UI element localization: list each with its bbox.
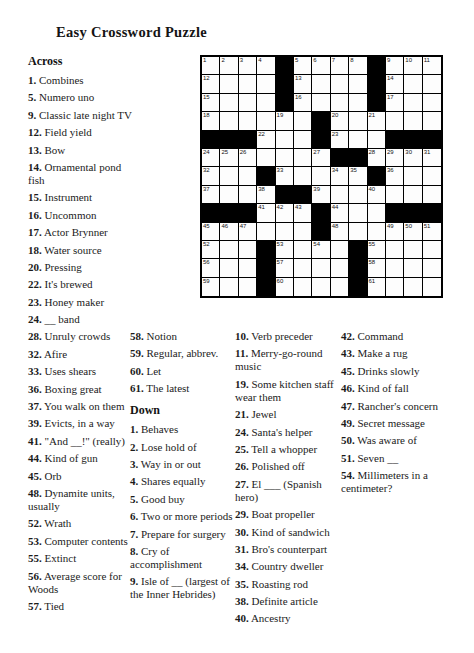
down-clue-46: 46. Kind of fall bbox=[341, 382, 453, 395]
cell-r2c3[interactable] bbox=[239, 75, 257, 93]
cell-r6c1[interactable]: 24 bbox=[202, 149, 220, 167]
cell-r9c4[interactable]: 41 bbox=[257, 204, 275, 222]
across-clue-number-16: 16. bbox=[28, 209, 42, 221]
cell-number-47: 47 bbox=[240, 223, 247, 230]
cell-number-56: 56 bbox=[203, 259, 210, 266]
across-clue-number-12: 12. bbox=[28, 126, 42, 138]
cell-r8c7[interactable]: 39 bbox=[312, 186, 330, 204]
across-clue-36: 36. Boxing great bbox=[28, 383, 135, 396]
across-clue-12: 12. Field yield bbox=[28, 126, 135, 139]
cell-number-19: 19 bbox=[277, 112, 284, 119]
down-clue-26: 26. Polished off bbox=[235, 460, 340, 473]
across-clue-number-56: 56. bbox=[28, 570, 42, 582]
cell-number-41: 41 bbox=[258, 204, 265, 211]
across-clue-17: 17. Actor Brynner bbox=[28, 226, 135, 239]
cell-r1c3[interactable]: 3 bbox=[239, 57, 257, 75]
cell-r1c9[interactable]: 8 bbox=[349, 57, 367, 75]
cell-r1c2[interactable]: 2 bbox=[220, 57, 238, 75]
black-cell-r9c3 bbox=[239, 204, 257, 222]
black-cell-r5c2 bbox=[220, 131, 238, 149]
cell-r4c8[interactable]: 20 bbox=[331, 112, 349, 130]
black-cell-r9c2 bbox=[220, 204, 238, 222]
across-clue-44: 44. Kind of gun bbox=[28, 452, 135, 465]
cell-r10c2[interactable]: 46 bbox=[220, 223, 238, 241]
down-clue-51: 51. Seven __ bbox=[341, 452, 453, 465]
cell-r1c1[interactable]: 1 bbox=[202, 57, 220, 75]
across-clue-number-22: 22. bbox=[28, 278, 42, 290]
cell-r13c2[interactable] bbox=[220, 278, 238, 296]
down-clue-number-8: 8. bbox=[130, 545, 138, 557]
cell-r12c11[interactable] bbox=[386, 259, 404, 277]
cell-r13c8[interactable] bbox=[331, 278, 349, 296]
cell-r2c2[interactable] bbox=[220, 75, 238, 93]
black-cell-r13c9 bbox=[349, 278, 367, 296]
cell-r3c3[interactable] bbox=[239, 94, 257, 112]
black-cell-r12c9 bbox=[349, 259, 367, 277]
cell-r8c9[interactable] bbox=[349, 186, 367, 204]
cell-r13c5[interactable]: 60 bbox=[276, 278, 294, 296]
across-clue-number-24: 24. bbox=[28, 313, 42, 325]
cell-number-59: 59 bbox=[203, 278, 210, 285]
down-header: Down bbox=[130, 404, 234, 417]
cell-number-17: 17 bbox=[387, 94, 394, 101]
cell-r13c1[interactable]: 59 bbox=[202, 278, 220, 296]
cell-r7c12[interactable] bbox=[404, 167, 422, 185]
across-clue-48: 48. Dynamite units, usually bbox=[28, 487, 135, 513]
cell-number-33: 33 bbox=[277, 167, 284, 174]
down-clue-number-9: 9. bbox=[130, 575, 138, 587]
across-clue-28: 28. Unruly crowds bbox=[28, 330, 135, 343]
cell-number-55: 55 bbox=[369, 241, 376, 248]
down-clue-11: 11. Merry-go-round music bbox=[235, 347, 340, 373]
black-cell-r5c1 bbox=[202, 131, 220, 149]
down-clue-number-34: 34. bbox=[235, 560, 249, 572]
black-cell-r8c6 bbox=[294, 186, 312, 204]
cell-r13c3[interactable] bbox=[239, 278, 257, 296]
cell-number-3: 3 bbox=[240, 57, 243, 64]
cell-number-31: 31 bbox=[424, 149, 431, 156]
cell-number-52: 52 bbox=[203, 241, 210, 248]
cell-r3c9[interactable] bbox=[349, 94, 367, 112]
cell-r4c10[interactable]: 21 bbox=[368, 112, 386, 130]
cell-r10c4[interactable] bbox=[257, 223, 275, 241]
cell-r8c11[interactable] bbox=[386, 186, 404, 204]
across-clue-number-36: 36. bbox=[28, 383, 42, 395]
down-clue-number-5: 5. bbox=[130, 493, 138, 505]
down-clue-34: 34. Country dweller bbox=[235, 560, 340, 573]
cell-r6c13[interactable]: 31 bbox=[423, 149, 441, 167]
across-clue-22: 22. It's brewed bbox=[28, 278, 135, 291]
cell-r13c13[interactable] bbox=[423, 278, 441, 296]
cell-r8c4[interactable]: 38 bbox=[257, 186, 275, 204]
across-clue-number-57: 57. bbox=[28, 600, 42, 612]
black-cell-r5c3 bbox=[239, 131, 257, 149]
across-clue-33: 33. Uses shears bbox=[28, 365, 135, 378]
cell-r11c11[interactable] bbox=[386, 241, 404, 259]
cell-r5c4[interactable]: 22 bbox=[257, 131, 275, 149]
down-clue-number-30: 30. bbox=[235, 526, 249, 538]
cell-r1c4[interactable]: 4 bbox=[257, 57, 275, 75]
cell-r11c6[interactable] bbox=[294, 241, 312, 259]
across-clue-24: 24. __ band bbox=[28, 313, 135, 326]
cell-number-22: 22 bbox=[258, 131, 265, 138]
cell-r5c5[interactable] bbox=[276, 131, 294, 149]
cell-number-26: 26 bbox=[240, 149, 247, 156]
across-clue-number-58: 58. bbox=[130, 330, 144, 342]
black-cell-r5c12 bbox=[404, 131, 422, 149]
black-cell-r3c5 bbox=[276, 94, 294, 112]
cell-r4c6[interactable] bbox=[294, 112, 312, 130]
across-clue-59: 59. Regular, abbrev. bbox=[130, 347, 234, 360]
down-clue-number-19: 19. bbox=[235, 378, 249, 390]
cell-r7c1[interactable]: 32 bbox=[202, 167, 220, 185]
cell-r4c5[interactable]: 19 bbox=[276, 112, 294, 130]
cell-r9c6[interactable]: 43 bbox=[294, 204, 312, 222]
cell-number-60: 60 bbox=[277, 278, 284, 285]
cell-number-1: 1 bbox=[203, 57, 206, 64]
cell-r6c10[interactable]: 28 bbox=[368, 149, 386, 167]
cell-r1c6[interactable]: 5 bbox=[294, 57, 312, 75]
cell-r8c8[interactable] bbox=[331, 186, 349, 204]
cell-number-10: 10 bbox=[405, 57, 412, 64]
across-clue-number-59: 59. bbox=[130, 347, 144, 359]
cell-r7c11[interactable]: 36 bbox=[386, 167, 404, 185]
cell-r9c8[interactable]: 44 bbox=[331, 204, 349, 222]
cell-r9c10[interactable] bbox=[368, 204, 386, 222]
cell-r11c2[interactable] bbox=[220, 241, 238, 259]
cell-r8c10[interactable]: 40 bbox=[368, 186, 386, 204]
cell-r6c12[interactable]: 30 bbox=[404, 149, 422, 167]
cell-r2c8[interactable] bbox=[331, 75, 349, 93]
cell-number-39: 39 bbox=[313, 186, 320, 193]
black-cell-r11c4 bbox=[257, 241, 275, 259]
across-clue-57: 57. Tied bbox=[28, 600, 135, 613]
across-clue-18: 18. Water source bbox=[28, 244, 135, 257]
cell-number-12: 12 bbox=[203, 75, 210, 82]
down-clue-2: 2. Lose hold of bbox=[130, 441, 234, 454]
down-clue-3: 3. Way in or out bbox=[130, 458, 234, 471]
cell-r10c8[interactable]: 48 bbox=[331, 223, 349, 241]
across-clue-number-23: 23. bbox=[28, 296, 42, 308]
cell-number-28: 28 bbox=[369, 149, 376, 156]
cell-r3c12[interactable] bbox=[404, 94, 422, 112]
cell-r1c13[interactable]: 11 bbox=[423, 57, 441, 75]
cell-r10c9[interactable] bbox=[349, 223, 367, 241]
down-clue-25: 25. Tell a whopper bbox=[235, 443, 340, 456]
cell-r7c13[interactable] bbox=[423, 167, 441, 185]
cell-r7c2[interactable] bbox=[220, 167, 238, 185]
cell-r3c4[interactable] bbox=[257, 94, 275, 112]
across-clue-9: 9. Classic late night TV bbox=[28, 109, 135, 122]
cell-r11c7[interactable]: 54 bbox=[312, 241, 330, 259]
cell-number-18: 18 bbox=[203, 112, 210, 119]
black-cell-r10c7 bbox=[312, 223, 330, 241]
cell-r4c13[interactable] bbox=[423, 112, 441, 130]
cell-r4c12[interactable] bbox=[404, 112, 422, 130]
across-clue-number-39: 39. bbox=[28, 417, 42, 429]
black-cell-r2c5 bbox=[276, 75, 294, 93]
cell-r11c3[interactable] bbox=[239, 241, 257, 259]
cell-number-5: 5 bbox=[295, 57, 298, 64]
across-clue-number-9: 9. bbox=[28, 109, 36, 121]
across-clue-32: 32. Afire bbox=[28, 348, 135, 361]
cell-r5c6[interactable] bbox=[294, 131, 312, 149]
cell-r7c9[interactable]: 35 bbox=[349, 167, 367, 185]
cell-r2c1[interactable]: 12 bbox=[202, 75, 220, 93]
across-clue-15: 15. Instrument bbox=[28, 191, 135, 204]
down-clue-40: 40. Ancestry bbox=[235, 612, 340, 625]
down-clue-number-47: 47. bbox=[341, 400, 355, 412]
across-clue-55: 55. Extinct bbox=[28, 552, 135, 565]
cell-r12c8[interactable] bbox=[331, 259, 349, 277]
across-clue-number-14: 14. bbox=[28, 161, 42, 173]
cell-number-13: 13 bbox=[295, 75, 302, 82]
cell-r1c11[interactable]: 9 bbox=[386, 57, 404, 75]
cell-r6c2[interactable]: 25 bbox=[220, 149, 238, 167]
across-clue-number-33: 33. bbox=[28, 365, 42, 377]
across-clue-56: 56. Average score for Woods bbox=[28, 570, 135, 596]
across-clue-number-53: 53. bbox=[28, 535, 42, 547]
down-clue-number-45: 45. bbox=[341, 365, 355, 377]
down-clue-number-2: 2. bbox=[130, 441, 138, 453]
cell-r5c9[interactable] bbox=[349, 131, 367, 149]
cell-number-38: 38 bbox=[258, 186, 265, 193]
cell-number-24: 24 bbox=[203, 149, 210, 156]
black-cell-r9c1 bbox=[202, 204, 220, 222]
cell-r11c13[interactable] bbox=[423, 241, 441, 259]
cell-r2c11[interactable]: 14 bbox=[386, 75, 404, 93]
down-clue-31: 31. Bro's counterpart bbox=[235, 543, 340, 556]
down-clue-9: 9. Isle of __ (largest of the Inner Hebr… bbox=[130, 575, 234, 601]
cell-number-34: 34 bbox=[332, 167, 339, 174]
black-cell-r5c7 bbox=[312, 131, 330, 149]
cell-r10c13[interactable]: 51 bbox=[423, 223, 441, 241]
cell-number-11: 11 bbox=[424, 57, 430, 64]
down-clue-number-49: 49. bbox=[341, 417, 355, 429]
cell-r3c1[interactable]: 15 bbox=[202, 94, 220, 112]
cell-r6c4[interactable] bbox=[257, 149, 275, 167]
cell-r10c12[interactable]: 50 bbox=[404, 223, 422, 241]
page-title: Easy Crossword Puzzle bbox=[56, 24, 207, 41]
cell-number-6: 6 bbox=[313, 57, 316, 64]
cell-r10c11[interactable]: 49 bbox=[386, 223, 404, 241]
down-clue-number-50: 50. bbox=[341, 434, 355, 446]
cell-r2c12[interactable] bbox=[404, 75, 422, 93]
cell-r8c13[interactable] bbox=[423, 186, 441, 204]
cell-r6c7[interactable]: 27 bbox=[312, 149, 330, 167]
black-cell-r2c10 bbox=[368, 75, 386, 93]
down-clue-number-27: 27. bbox=[235, 478, 249, 490]
cell-r5c10[interactable] bbox=[368, 131, 386, 149]
cell-r7c3[interactable] bbox=[239, 167, 257, 185]
cell-r10c3[interactable]: 47 bbox=[239, 223, 257, 241]
cell-r10c10[interactable] bbox=[368, 223, 386, 241]
cell-r13c6[interactable] bbox=[294, 278, 312, 296]
cell-r4c2[interactable] bbox=[220, 112, 238, 130]
cell-r9c9[interactable] bbox=[349, 204, 367, 222]
cell-r11c8[interactable] bbox=[331, 241, 349, 259]
cell-r4c1[interactable]: 18 bbox=[202, 112, 220, 130]
cell-r8c2[interactable] bbox=[220, 186, 238, 204]
cell-number-57: 57 bbox=[277, 259, 284, 266]
across-clue-number-32: 32. bbox=[28, 348, 42, 360]
cell-r6c6[interactable] bbox=[294, 149, 312, 167]
cell-r3c2[interactable] bbox=[220, 94, 238, 112]
cell-r10c6[interactable] bbox=[294, 223, 312, 241]
cell-number-7: 7 bbox=[332, 57, 335, 64]
across-clue-61: 61. The latest bbox=[130, 382, 234, 395]
cell-r3c8[interactable] bbox=[331, 94, 349, 112]
down-clue-number-24: 24. bbox=[235, 426, 249, 438]
cell-r5c8[interactable]: 23 bbox=[331, 131, 349, 149]
black-cell-r12c4 bbox=[257, 259, 275, 277]
cell-r12c3[interactable] bbox=[239, 259, 257, 277]
clue-column-3: 10. Verb preceder11. Merry-go-round musi… bbox=[235, 330, 340, 630]
black-cell-r8c5 bbox=[276, 186, 294, 204]
cell-r11c10[interactable]: 55 bbox=[368, 241, 386, 259]
cell-r10c1[interactable]: 45 bbox=[202, 223, 220, 241]
cell-r10c5[interactable] bbox=[276, 223, 294, 241]
cell-number-61: 61 bbox=[369, 278, 376, 285]
cell-r11c1[interactable]: 52 bbox=[202, 241, 220, 259]
across-clue-number-17: 17. bbox=[28, 226, 42, 238]
black-cell-r9c12 bbox=[404, 204, 422, 222]
across-clue-number-28: 28. bbox=[28, 330, 42, 342]
down-clue-number-4: 4. bbox=[130, 475, 138, 487]
down-clue-29: 29. Boat propeller bbox=[235, 508, 340, 521]
across-clue-number-13: 13. bbox=[28, 144, 42, 156]
cell-r8c3[interactable] bbox=[239, 186, 257, 204]
cell-r1c7[interactable]: 6 bbox=[312, 57, 330, 75]
cell-r11c5[interactable]: 53 bbox=[276, 241, 294, 259]
cell-number-30: 30 bbox=[405, 149, 412, 156]
across-clue-14: 14. Ornamental pond fish bbox=[28, 161, 135, 187]
cell-r12c5[interactable]: 57 bbox=[276, 259, 294, 277]
cell-r3c13[interactable] bbox=[423, 94, 441, 112]
down-clue-5: 5. Good buy bbox=[130, 493, 234, 506]
cell-r12c13[interactable] bbox=[423, 259, 441, 277]
cell-r7c8[interactable]: 34 bbox=[331, 167, 349, 185]
cell-r12c1[interactable]: 56 bbox=[202, 259, 220, 277]
across-clue-5: 5. Numero uno bbox=[28, 91, 135, 104]
down-clue-number-1: 1. bbox=[130, 423, 138, 435]
cell-r9c5[interactable]: 42 bbox=[276, 204, 294, 222]
cell-r13c11[interactable] bbox=[386, 278, 404, 296]
cell-r2c6[interactable]: 13 bbox=[294, 75, 312, 93]
cell-r6c5[interactable] bbox=[276, 149, 294, 167]
down-clue-number-7: 7. bbox=[130, 528, 138, 540]
cell-r12c10[interactable]: 58 bbox=[368, 259, 386, 277]
black-cell-r7c4 bbox=[257, 167, 275, 185]
across-clue-23: 23. Honey maker bbox=[28, 296, 135, 309]
cell-number-15: 15 bbox=[203, 94, 210, 101]
down-clue-number-29: 29. bbox=[235, 508, 249, 520]
black-cell-r1c10 bbox=[368, 57, 386, 75]
cell-r1c8[interactable]: 7 bbox=[331, 57, 349, 75]
cell-r3c6[interactable]: 16 bbox=[294, 94, 312, 112]
cell-r8c12[interactable] bbox=[404, 186, 422, 204]
cell-r12c7[interactable] bbox=[312, 259, 330, 277]
clue-column-2: 58. Notion59. Regular, abbrev.60. Let61.… bbox=[130, 330, 234, 606]
cell-number-23: 23 bbox=[332, 131, 339, 138]
black-cell-r3c10 bbox=[368, 94, 386, 112]
cell-r2c4[interactable] bbox=[257, 75, 275, 93]
cell-number-45: 45 bbox=[203, 223, 210, 230]
down-clue-number-21: 21. bbox=[235, 408, 249, 420]
cell-number-16: 16 bbox=[295, 94, 302, 101]
down-clue-number-26: 26. bbox=[235, 460, 249, 472]
cell-r4c11[interactable] bbox=[386, 112, 404, 130]
down-clue-35: 35. Roasting rod bbox=[235, 578, 340, 591]
down-clue-47: 47. Rancher's concern bbox=[341, 400, 453, 413]
down-clue-number-54: 54. bbox=[341, 469, 355, 481]
across-clue-number-18: 18. bbox=[28, 244, 42, 256]
cell-r12c6[interactable] bbox=[294, 259, 312, 277]
cell-number-40: 40 bbox=[369, 186, 376, 193]
cell-r7c6[interactable] bbox=[294, 167, 312, 185]
down-clue-number-51: 51. bbox=[341, 452, 355, 464]
cell-number-29: 29 bbox=[387, 149, 394, 156]
cell-r4c3[interactable] bbox=[239, 112, 257, 130]
across-clue-number-15: 15. bbox=[28, 191, 42, 203]
down-clue-45: 45. Drinks slowly bbox=[341, 365, 453, 378]
cell-r13c7[interactable] bbox=[312, 278, 330, 296]
cell-r6c3[interactable]: 26 bbox=[239, 149, 257, 167]
across-clue-number-45: 45. bbox=[28, 470, 42, 482]
cell-r4c4[interactable] bbox=[257, 112, 275, 130]
cell-r11c12[interactable] bbox=[404, 241, 422, 259]
down-clue-10: 10. Verb preceder bbox=[235, 330, 340, 343]
cell-number-8: 8 bbox=[350, 57, 353, 64]
clue-column-4: 42. Command43. Make a rug45. Drinks slow… bbox=[341, 330, 453, 500]
cell-r3c7[interactable] bbox=[312, 94, 330, 112]
cell-r7c7[interactable] bbox=[312, 167, 330, 185]
cell-r12c12[interactable] bbox=[404, 259, 422, 277]
cell-number-46: 46 bbox=[221, 223, 228, 230]
cell-r1c12[interactable]: 10 bbox=[404, 57, 422, 75]
cell-r13c10[interactable]: 61 bbox=[368, 278, 386, 296]
down-clue-8: 8. Cry of accomplishment bbox=[130, 545, 234, 571]
down-clue-19: 19. Some kitchen staff wear them bbox=[235, 378, 340, 404]
black-cell-r5c11 bbox=[386, 131, 404, 149]
down-clue-43: 43. Make a rug bbox=[341, 347, 453, 360]
across-clue-number-41: 41. bbox=[28, 435, 42, 447]
cell-r7c5[interactable]: 33 bbox=[276, 167, 294, 185]
cell-r2c13[interactable] bbox=[423, 75, 441, 93]
down-clue-54: 54. Millimeters in a centimeter? bbox=[341, 469, 453, 495]
cell-r6c11[interactable]: 29 bbox=[386, 149, 404, 167]
cell-number-51: 51 bbox=[424, 223, 431, 230]
across-clue-41: 41. "And __!" (really) bbox=[28, 435, 135, 448]
cell-number-32: 32 bbox=[203, 167, 210, 174]
cell-number-50: 50 bbox=[405, 223, 412, 230]
cell-r4c9[interactable] bbox=[349, 112, 367, 130]
cell-r3c11[interactable]: 17 bbox=[386, 94, 404, 112]
black-cell-r9c7 bbox=[312, 204, 330, 222]
cell-number-2: 2 bbox=[221, 57, 224, 64]
across-clue-20: 20. Pressing bbox=[28, 261, 135, 274]
cell-number-53: 53 bbox=[277, 241, 284, 248]
cell-number-20: 20 bbox=[332, 112, 339, 119]
down-clue-7: 7. Prepare for surgery bbox=[130, 528, 234, 541]
cell-r13c12[interactable] bbox=[404, 278, 422, 296]
cell-r12c2[interactable] bbox=[220, 259, 238, 277]
black-cell-r5c13 bbox=[423, 131, 441, 149]
cell-r8c1[interactable]: 37 bbox=[202, 186, 220, 204]
across-clue-52: 52. Wrath bbox=[28, 517, 135, 530]
cell-r2c7[interactable] bbox=[312, 75, 330, 93]
cell-r2c9[interactable] bbox=[349, 75, 367, 93]
